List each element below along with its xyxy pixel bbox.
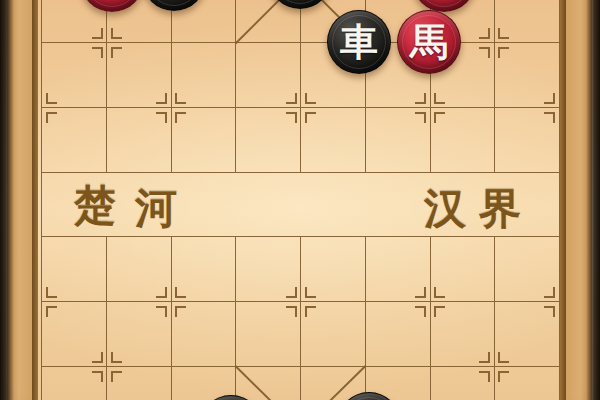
star-point-mark (111, 28, 122, 39)
star-point-mark (415, 112, 426, 123)
river-label: 楚 (74, 185, 116, 227)
board-cell[interactable] (171, 172, 236, 237)
star-point-mark (175, 93, 186, 104)
star-point-mark (544, 306, 555, 317)
star-point-mark (286, 112, 297, 123)
star-point-mark (92, 47, 103, 58)
star-point-mark (92, 371, 103, 382)
star-point-mark (156, 306, 167, 317)
board-cell[interactable] (235, 172, 300, 237)
star-point-mark (434, 306, 445, 317)
star-point-mark (156, 93, 167, 104)
star-point-mark (175, 287, 186, 298)
board-cell[interactable] (300, 172, 365, 237)
star-point-mark (498, 28, 509, 39)
red-horse-piece[interactable]: 馬 (397, 10, 461, 74)
piece-character: 車 (340, 23, 378, 61)
star-point-mark (305, 93, 316, 104)
piece-character: 馬 (410, 23, 448, 61)
star-point-mark (286, 93, 297, 104)
star-point-mark (286, 287, 297, 298)
star-point-mark (434, 112, 445, 123)
star-point-mark (498, 47, 509, 58)
star-point-mark (92, 28, 103, 39)
star-point-mark (415, 287, 426, 298)
board-border-right (560, 0, 566, 400)
star-point-mark (175, 112, 186, 123)
star-point-mark (498, 352, 509, 363)
star-point-mark (479, 371, 490, 382)
board-frame-left (7, 0, 33, 400)
star-point-mark (544, 93, 555, 104)
star-point-mark (111, 371, 122, 382)
star-point-mark (305, 306, 316, 317)
star-point-mark (111, 47, 122, 58)
star-point-mark (415, 93, 426, 104)
board-cell[interactable] (235, 366, 300, 400)
river-label: 汉 (424, 188, 466, 230)
star-point-mark (46, 306, 57, 317)
star-point-mark (156, 287, 167, 298)
star-point-mark (544, 112, 555, 123)
board-frame-right (566, 0, 592, 400)
star-point-mark (92, 352, 103, 363)
river-label: 界 (479, 188, 521, 230)
star-point-mark (175, 306, 186, 317)
star-point-mark (479, 28, 490, 39)
xiangqi-board: 楚河汉界 車馬 (0, 0, 600, 400)
star-point-mark (305, 112, 316, 123)
star-point-mark (479, 47, 490, 58)
star-point-mark (305, 287, 316, 298)
star-point-mark (434, 287, 445, 298)
star-point-mark (156, 112, 167, 123)
star-point-mark (46, 93, 57, 104)
star-point-mark (46, 112, 57, 123)
star-point-mark (46, 287, 57, 298)
star-point-mark (286, 306, 297, 317)
river-label: 河 (135, 188, 177, 230)
board-cell[interactable] (365, 172, 430, 237)
black-chariot-piece[interactable]: 車 (327, 10, 391, 74)
star-point-mark (415, 306, 426, 317)
board-border-left (32, 0, 38, 400)
star-point-mark (544, 287, 555, 298)
star-point-mark (434, 93, 445, 104)
star-point-mark (479, 352, 490, 363)
star-point-mark (498, 371, 509, 382)
star-point-mark (111, 352, 122, 363)
